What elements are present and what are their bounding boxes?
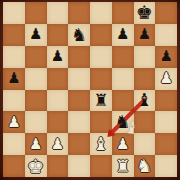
square-g6[interactable] xyxy=(134,46,156,68)
piece-white-P-b2[interactable]: ♟ xyxy=(25,133,47,155)
square-e1[interactable] xyxy=(90,155,112,177)
square-d3[interactable] xyxy=(68,111,90,133)
piece-white-K-b1[interactable]: ♚ xyxy=(25,155,47,177)
square-d4[interactable] xyxy=(68,90,90,112)
square-a1[interactable] xyxy=(3,155,25,177)
piece-black-B-g4[interactable]: ♝ xyxy=(134,90,156,112)
piece-black-P-f7[interactable]: ♟ xyxy=(112,24,134,46)
square-d6[interactable] xyxy=(68,46,90,68)
square-a2[interactable] xyxy=(3,133,25,155)
square-d8[interactable] xyxy=(68,2,90,24)
piece-black-N-f3[interactable]: ♞ xyxy=(112,111,134,133)
piece-black-K-g8[interactable]: ♚ xyxy=(134,2,156,24)
square-h1[interactable] xyxy=(155,155,177,177)
piece-black-P-c6[interactable]: ♟ xyxy=(47,46,69,68)
piece-white-P-c2[interactable]: ♟ xyxy=(47,133,69,155)
square-a8[interactable] xyxy=(3,2,25,24)
board-frame: ♝ ♚♟♞♟♟♟♟♟♟♜♝♟♞♟♟♝♟♚♜♞ xyxy=(0,0,180,180)
square-f6[interactable] xyxy=(112,46,134,68)
square-e3[interactable] xyxy=(90,111,112,133)
square-a4[interactable] xyxy=(3,90,25,112)
square-h8[interactable] xyxy=(155,2,177,24)
piece-white-P-a3[interactable]: ♟ xyxy=(3,111,25,133)
square-e7[interactable] xyxy=(90,24,112,46)
piece-black-P-h6[interactable]: ♟ xyxy=(155,46,177,68)
square-e6[interactable] xyxy=(90,46,112,68)
piece-white-N-g1[interactable]: ♞ xyxy=(134,155,156,177)
square-b8[interactable] xyxy=(25,2,47,24)
piece-white-P-f2[interactable]: ♟ xyxy=(112,133,134,155)
piece-white-P-h5[interactable]: ♟ xyxy=(155,68,177,90)
square-d1[interactable] xyxy=(68,155,90,177)
square-b3[interactable] xyxy=(25,111,47,133)
piece-black-P-g7[interactable]: ♟ xyxy=(134,24,156,46)
square-c3[interactable] xyxy=(47,111,69,133)
square-a6[interactable] xyxy=(3,46,25,68)
piece-black-P-b7[interactable]: ♟ xyxy=(25,24,47,46)
chess-board: ♝ ♚♟♞♟♟♟♟♟♟♜♝♟♞♟♟♝♟♚♜♞ xyxy=(3,2,177,177)
piece-black-R-e4[interactable]: ♜ xyxy=(90,90,112,112)
piece-white-B-e2[interactable]: ♝ xyxy=(90,133,112,155)
square-e8[interactable] xyxy=(90,2,112,24)
square-c8[interactable] xyxy=(47,2,69,24)
square-b4[interactable] xyxy=(25,90,47,112)
square-a7[interactable] xyxy=(3,24,25,46)
square-g5[interactable] xyxy=(134,68,156,90)
square-c1[interactable] xyxy=(47,155,69,177)
piece-black-P-a5[interactable]: ♟ xyxy=(3,68,25,90)
square-c4[interactable] xyxy=(47,90,69,112)
square-g3[interactable] xyxy=(134,111,156,133)
square-e5[interactable] xyxy=(90,68,112,90)
square-d5[interactable] xyxy=(68,68,90,90)
square-h4[interactable] xyxy=(155,90,177,112)
square-c7[interactable] xyxy=(47,24,69,46)
square-c5[interactable] xyxy=(47,68,69,90)
square-h3[interactable] xyxy=(155,111,177,133)
square-d2[interactable] xyxy=(68,133,90,155)
piece-black-N-d7[interactable]: ♞ xyxy=(68,24,90,46)
square-f5[interactable] xyxy=(112,68,134,90)
piece-white-R-f1[interactable]: ♜ xyxy=(112,155,134,177)
square-b6[interactable] xyxy=(25,46,47,68)
square-f8[interactable] xyxy=(112,2,134,24)
square-g2[interactable] xyxy=(134,133,156,155)
square-h7[interactable] xyxy=(155,24,177,46)
square-f4[interactable] xyxy=(112,90,134,112)
square-h2[interactable] xyxy=(155,133,177,155)
square-b5[interactable] xyxy=(25,68,47,90)
